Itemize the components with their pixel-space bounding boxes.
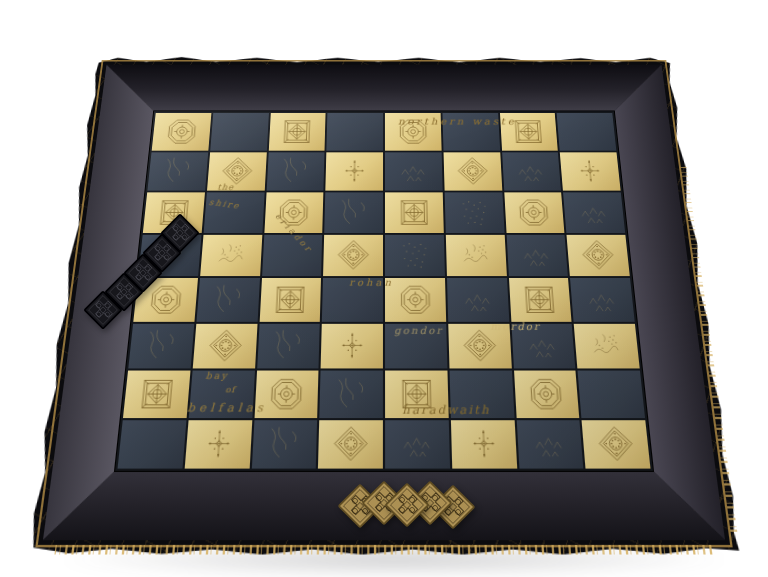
square-r8c2 xyxy=(184,420,251,469)
square-r4c2 xyxy=(200,234,262,276)
square-r2c1 xyxy=(147,152,208,191)
square-r5c8 xyxy=(570,278,634,321)
mountain-engraving-icon xyxy=(385,152,442,191)
square-r1c2 xyxy=(210,113,268,150)
frame-mat-top xyxy=(100,65,667,112)
mountain-engraving-icon xyxy=(502,152,562,191)
square-r3c8 xyxy=(563,192,625,232)
square-r6c4 xyxy=(321,323,383,368)
compass-cross-icon xyxy=(321,323,383,368)
compass-cross-icon xyxy=(184,420,251,469)
square-r2c2 xyxy=(207,152,267,191)
diamond-rosette-icon xyxy=(448,323,511,368)
octagon-rosette-icon xyxy=(152,113,211,150)
square-knot-icon xyxy=(259,278,321,321)
square-r7c5 xyxy=(385,371,448,418)
forest-engraving-icon xyxy=(444,192,504,232)
compass-cross-icon xyxy=(451,420,517,469)
square-r2c5 xyxy=(385,152,442,191)
diamond-rosette-icon xyxy=(323,234,383,276)
diamond-rosette-icon xyxy=(582,420,651,469)
square-r7c7 xyxy=(514,371,580,418)
square-r6c6 xyxy=(448,323,511,368)
square-r8c4 xyxy=(318,420,383,469)
square-r8c1 xyxy=(118,420,187,469)
elvish-inscription-bottom xyxy=(55,544,714,554)
square-r2c8 xyxy=(560,152,621,191)
diamond-rosette-icon xyxy=(567,234,630,276)
square-r6c3 xyxy=(257,323,320,368)
square-r5c6 xyxy=(447,278,509,321)
mountain-engraving-icon xyxy=(447,278,509,321)
square-r8c8 xyxy=(582,420,651,469)
square-r3c4 xyxy=(324,192,383,232)
square-r2c6 xyxy=(443,152,502,191)
octagon-rosette-icon xyxy=(504,192,565,232)
square-knot-icon xyxy=(268,113,325,150)
octagon-rosette-icon xyxy=(385,278,446,321)
square-r5c4 xyxy=(322,278,383,321)
square-knot-icon xyxy=(509,278,572,321)
octagon-rosette-icon xyxy=(264,192,324,232)
map-engraving-icon xyxy=(574,323,640,368)
river-engraving-icon xyxy=(147,152,208,191)
octagon-rosette-icon xyxy=(385,113,441,150)
map-engraving-icon xyxy=(446,234,507,276)
square-r8c5 xyxy=(385,420,450,469)
square-r4c5 xyxy=(385,234,445,276)
river-engraving-icon xyxy=(324,192,383,232)
square-r3c6 xyxy=(444,192,504,232)
octagon-rosette-icon xyxy=(254,371,319,418)
square-r3c5 xyxy=(385,192,444,232)
square-r3c2 xyxy=(203,192,264,232)
square-r2c4 xyxy=(326,152,383,191)
square-r6c1 xyxy=(128,323,194,368)
square-r5c2 xyxy=(196,278,259,321)
river-engraving-icon xyxy=(251,420,317,469)
board-photo: northern wastetheshireeriadorrohangondor… xyxy=(0,0,768,577)
square-r1c6 xyxy=(442,113,499,150)
river-engraving-icon xyxy=(196,278,259,321)
square-r7c8 xyxy=(578,371,645,418)
square-r6c2 xyxy=(192,323,257,368)
diamond-rosette-icon xyxy=(318,420,383,469)
square-r4c4 xyxy=(323,234,383,276)
square-r5c7 xyxy=(509,278,572,321)
octagon-rosette-icon xyxy=(514,371,580,418)
square-r4c6 xyxy=(446,234,507,276)
square-r4c8 xyxy=(567,234,630,276)
square-r7c6 xyxy=(449,371,514,418)
square-knot-icon xyxy=(123,371,190,418)
diamond-rosette-icon xyxy=(443,152,502,191)
square-r8c6 xyxy=(451,420,517,469)
river-engraving-icon xyxy=(266,152,325,191)
mountain-engraving-icon xyxy=(516,420,583,469)
river-engraving-icon xyxy=(320,371,383,418)
mountain-engraving-icon xyxy=(506,234,568,276)
diamond-rosette-icon xyxy=(207,152,267,191)
square-r7c1 xyxy=(123,371,190,418)
square-r1c7 xyxy=(500,113,558,150)
mountain-engraving-icon xyxy=(511,323,576,368)
square-r8c3 xyxy=(251,420,317,469)
square-r7c4 xyxy=(320,371,383,418)
forest-engraving-icon xyxy=(385,234,445,276)
map-engraving-icon xyxy=(200,234,262,276)
square-r7c3 xyxy=(254,371,319,418)
square-r6c8 xyxy=(574,323,640,368)
square-r6c5 xyxy=(385,323,447,368)
square-r1c3 xyxy=(268,113,325,150)
mountain-engraving-icon xyxy=(563,192,625,232)
square-r8c7 xyxy=(516,420,583,469)
square-r6c7 xyxy=(511,323,576,368)
compass-cross-icon xyxy=(560,152,621,191)
chess-board xyxy=(115,111,653,471)
mountain-engraving-icon xyxy=(570,278,634,321)
river-engraving-icon xyxy=(128,323,194,368)
square-knot-icon xyxy=(385,371,448,418)
square-r4c3 xyxy=(262,234,323,276)
dark-token-1 xyxy=(159,212,201,254)
diamond-rosette-icon xyxy=(192,323,257,368)
square-r4c7 xyxy=(506,234,568,276)
square-r5c5 xyxy=(385,278,446,321)
square-r1c1 xyxy=(152,113,211,150)
square-r1c5 xyxy=(385,113,441,150)
square-knot-icon xyxy=(385,192,444,232)
square-r5c3 xyxy=(259,278,321,321)
square-r3c7 xyxy=(504,192,565,232)
square-r1c4 xyxy=(327,113,383,150)
river-engraving-icon xyxy=(257,323,320,368)
square-r7c2 xyxy=(189,371,255,418)
gold-token-3 xyxy=(383,481,431,529)
square-r2c7 xyxy=(502,152,562,191)
square-knot-icon xyxy=(500,113,558,150)
square-r1c8 xyxy=(557,113,616,150)
square-r3c3 xyxy=(264,192,324,232)
mountain-engraving-icon xyxy=(385,420,450,469)
compass-cross-icon xyxy=(326,152,383,191)
square-r2c3 xyxy=(266,152,325,191)
